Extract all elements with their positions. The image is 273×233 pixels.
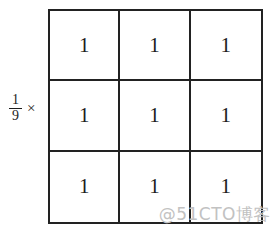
grid-cell-r0c0: 1	[50, 11, 120, 81]
kernel-grid: 1 1 1 1 1 1 1 1 1	[48, 9, 263, 224]
grid-cell-r2c0: 1	[50, 152, 120, 222]
fraction-denominator: 9	[9, 108, 22, 124]
grid-cell-r0c1: 1	[120, 11, 190, 81]
grid-cell-r0c2: 1	[191, 11, 261, 81]
fraction-numerator: 1	[9, 93, 22, 108]
grid-cell-r1c2: 1	[191, 81, 261, 151]
fraction-multiplier: 1 9 ×	[9, 93, 35, 123]
grid-cell-r1c1: 1	[120, 81, 190, 151]
multiply-sign: ×	[27, 101, 35, 116]
watermark: @51CTO博客	[159, 203, 271, 226]
fraction-one-ninth: 1 9	[9, 93, 22, 123]
kernel-diagram: 1 9 × 1 1 1 1 1 1 1 1 1 @51CTO博客	[0, 0, 273, 233]
grid-cell-r1c0: 1	[50, 81, 120, 151]
